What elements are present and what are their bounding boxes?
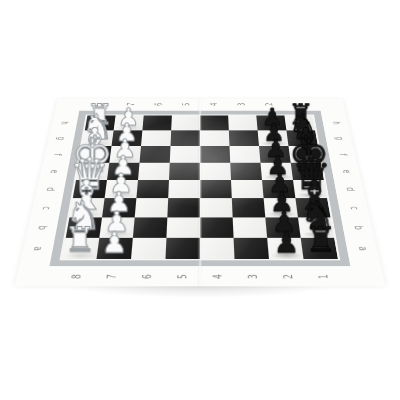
perspective-camera: 8877665544332211hhggffeeddccbbaa♜♟♟♜♞♟♟♞… [0, 0, 400, 400]
file-label-left-a: a [28, 243, 48, 254]
file-label-right-f: f [334, 150, 351, 159]
file-label-left-c: c [37, 203, 56, 213]
square-a4 [200, 238, 235, 259]
file-label-right-c: c [345, 203, 364, 213]
rank-label-bottom-6: 6 [138, 271, 157, 283]
rank-label-bottom-3: 3 [243, 271, 262, 283]
file-label-left-b: b [32, 222, 51, 232]
square-d5 [168, 180, 200, 198]
square-b4 [200, 217, 234, 237]
file-label-left-d: d [41, 184, 59, 193]
rank-label-top-3: 3 [234, 101, 249, 108]
piece-black-rook-a1: ♜ [296, 222, 345, 256]
rank-label-bottom-7: 7 [102, 271, 122, 283]
square-f5 [170, 146, 200, 163]
square-e4 [200, 163, 231, 180]
square-g4 [200, 130, 230, 146]
square-f4 [200, 146, 230, 163]
piece-white-pawn-a7: ♟ [90, 228, 139, 257]
product-photo-stage: 8877665544332211hhggffeeddccbbaa♜♟♟♜♞♟♟♞… [0, 0, 400, 400]
rank-label-top-6: 6 [151, 101, 166, 108]
file-label-left-e: e [45, 167, 63, 176]
square-h4 [200, 115, 229, 130]
chess-mat: 8877665544332211hhggffeeddccbbaa♜♟♟♜♞♟♟♞… [15, 98, 386, 286]
rank-label-bottom-2: 2 [279, 271, 299, 283]
file-label-left-f: f [49, 150, 66, 159]
file-label-left-g: g [52, 134, 69, 142]
file-label-right-h: h [328, 119, 344, 127]
file-label-right-g: g [331, 134, 348, 142]
file-label-left-h: h [56, 119, 72, 127]
rank-label-bottom-8: 8 [66, 271, 86, 283]
square-c4 [200, 198, 233, 217]
file-label-right-a: a [353, 243, 373, 254]
square-c5 [167, 198, 200, 217]
rank-label-bottom-5: 5 [173, 271, 191, 283]
square-h5 [171, 115, 200, 130]
square-b5 [166, 217, 200, 237]
file-label-right-e: e [337, 167, 355, 176]
square-a5 [165, 238, 200, 259]
rank-label-top-4: 4 [207, 101, 221, 108]
square-d4 [200, 180, 232, 198]
file-label-right-d: d [341, 184, 359, 193]
rank-label-bottom-4: 4 [208, 271, 226, 283]
square-g5 [170, 130, 200, 146]
rank-label-bottom-1: 1 [314, 271, 334, 283]
rank-label-top-5: 5 [179, 101, 193, 108]
square-e5 [169, 163, 200, 180]
file-label-right-b: b [348, 222, 367, 232]
